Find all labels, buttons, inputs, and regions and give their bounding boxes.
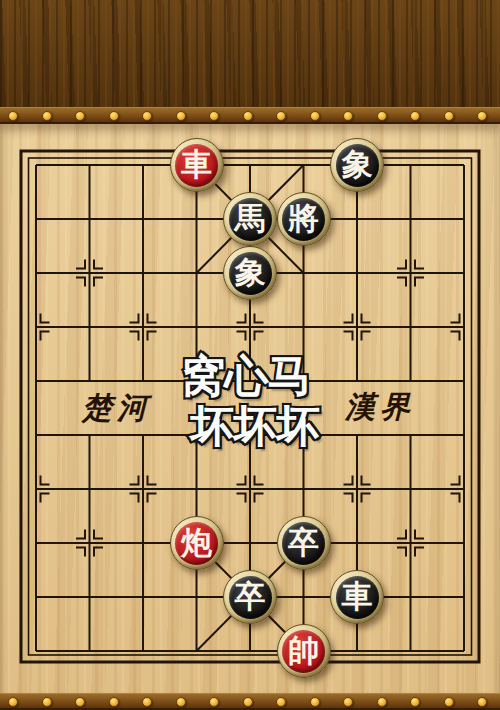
rivet-stud-icon [243,697,253,707]
piece-disc: 卒 [229,576,272,619]
rivet-stud-icon [142,111,152,121]
caption-watermark: 窝心马 坏坏坏 [186,351,315,451]
piece-black-elephant[interactable]: 象 [330,138,384,192]
rivet-stud-icon [176,697,186,707]
rivet-stud-icon [343,697,353,707]
piece-black-elephant[interactable]: 象 [223,246,277,300]
piece-character: 車 [342,581,373,612]
rivet-stud-icon [75,111,85,121]
rivet-stud-icon [477,697,487,707]
rivet-stud-icon [8,111,18,121]
rivet-stud-icon [310,111,320,121]
piece-disc: 車 [175,144,218,187]
piece-red-chariot[interactable]: 車 [170,138,224,192]
piece-character: 卒 [235,581,266,612]
piece-disc: 卒 [282,522,325,565]
piece-character: 帥 [288,635,319,666]
piece-character: 馬 [235,203,266,234]
rivet-stud-icon [444,111,454,121]
piece-red-general[interactable]: 帥 [277,624,331,678]
piece-character: 卒 [288,527,319,558]
rivet-stud-icon [477,111,487,121]
piece-disc: 炮 [175,522,218,565]
piece-black-general[interactable]: 將 [277,192,331,246]
rivet-stud-icon [209,111,219,121]
rivet-stud-icon [42,111,52,121]
rivet-stud-icon [209,697,219,707]
xiangqi-game-screen: 楚河 漢界 車象馬將象炮卒卒車帥 窝心马 坏坏坏 [0,0,500,710]
rivet-stud-icon [243,111,253,121]
top-rivet-rail [0,107,500,124]
rivet-stud-icon [377,697,387,707]
piece-character: 象 [342,149,373,180]
piece-black-soldier[interactable]: 卒 [277,516,331,570]
piece-disc: 象 [229,252,272,295]
rivet-stud-icon [142,697,152,707]
piece-disc: 帥 [282,630,325,673]
rivet-stud-icon [109,697,119,707]
rivet-stud-icon [42,697,52,707]
piece-disc: 車 [336,576,379,619]
piece-black-soldier[interactable]: 卒 [223,570,277,624]
caption-line-1: 窝心马 [182,351,311,401]
piece-disc: 馬 [229,198,272,241]
rivet-stud-icon [8,697,18,707]
rivet-stud-icon [343,111,353,121]
rivet-stud-icon [109,111,119,121]
rivet-stud-icon [410,697,420,707]
rivet-stud-icon [310,697,320,707]
rivet-stud-icon [377,111,387,121]
piece-black-chariot[interactable]: 車 [330,570,384,624]
caption-line-2: 坏坏坏 [191,401,320,451]
bottom-rivet-rail [0,693,500,710]
rivet-stud-icon [444,697,454,707]
piece-disc: 將 [282,198,325,241]
rivet-stud-icon [276,111,286,121]
rivet-stud-icon [75,697,85,707]
piece-black-horse[interactable]: 馬 [223,192,277,246]
piece-character: 象 [235,257,266,288]
rivet-stud-icon [176,111,186,121]
piece-red-cannon[interactable]: 炮 [170,516,224,570]
piece-character: 將 [288,203,319,234]
rivet-stud-icon [410,111,420,121]
piece-character: 炮 [181,527,212,558]
piece-character: 車 [181,149,212,180]
rivet-stud-icon [276,697,286,707]
piece-disc: 象 [336,144,379,187]
